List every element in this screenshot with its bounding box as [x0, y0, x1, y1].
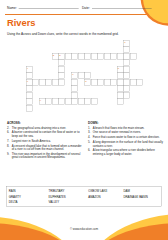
cell-number: 4: [27, 66, 28, 68]
bottom-wave-decoration-icon: [0, 207, 168, 240]
word-bank-item: [123, 199, 161, 204]
down-clues: DOWN: 1.A branch that flows into the mai…: [88, 121, 164, 157]
down-title: DOWN:: [88, 121, 164, 124]
clue-text: A long depression in the surface of the …: [93, 140, 164, 147]
clue-text: A barrier constructed to contain the flo…: [12, 131, 83, 138]
header-rule: [5, 14, 163, 15]
grid-gap: [136, 105, 142, 111]
name-blank-line: [19, 5, 79, 9]
clue-item: 2.The geographical area draining into a …: [7, 126, 83, 129]
clue-item: 6.A barrier constructed to contain the f…: [7, 131, 83, 138]
crossword-grid: 123456789: [26, 40, 143, 111]
clue-item: 6.A low triangular area where a river di…: [88, 149, 164, 156]
clue-text: This river was important in the developm…: [12, 152, 83, 159]
cell-number: 3: [59, 53, 60, 55]
worksheet-page: Name: Date: Rivers Using the Across and …: [0, 0, 168, 240]
cell-number: 7: [27, 79, 28, 81]
page-title: Rivers: [7, 17, 36, 28]
cell-number: 6: [72, 73, 73, 75]
across-clues: ACROSS: 2.The geographical area draining…: [7, 121, 83, 160]
name-label: Name:: [7, 6, 17, 10]
word-bank-item: DELTA: [9, 199, 49, 204]
footer-credit: © www.education.com: [0, 227, 168, 230]
clue-text: The geographical area draining into a ri…: [12, 126, 83, 129]
clue-item: 3.One source of water renewal in rivers.: [88, 131, 164, 134]
clue-text: Force that causes water to flow in a cer…: [93, 136, 164, 139]
date-label: Date:: [82, 6, 90, 10]
clue-text: One source of water renewal in rivers.: [93, 131, 164, 134]
header: Name: Date:: [7, 5, 155, 10]
top-right-yellow-blob-icon: [143, 0, 168, 23]
clue-text: Largest river in South America.: [12, 139, 83, 142]
cell-number: 8: [85, 79, 86, 81]
clue-item: 9.This river was important in the develo…: [7, 152, 83, 159]
clue-item: 4.Force that causes water to flow in a c…: [88, 136, 164, 139]
down-clue-list: 1.A branch that flows into the main stre…: [88, 126, 164, 156]
cell-number: 9: [40, 99, 41, 101]
word-bank-item: [88, 199, 123, 204]
across-clue-list: 2.The geographical area draining into a …: [7, 126, 83, 159]
date-blank-line: [92, 5, 152, 9]
across-title: ACROSS:: [7, 121, 83, 124]
clue-item: 7.Largest river in South America.: [7, 139, 83, 142]
clue-text: A crescent shaped lake that is formed wh…: [12, 144, 83, 151]
instructions: Using the Across and Down clues, write t…: [7, 32, 150, 36]
cell-number: 5: [118, 66, 119, 68]
clue-item: 8.A crescent shaped lake that is formed …: [7, 144, 83, 151]
clue-item: 1.A branch that flows into the main stre…: [88, 126, 164, 129]
clue-text: A branch that flows into the main stream…: [93, 126, 164, 129]
word-bank-item: VALLEY: [48, 199, 88, 204]
cell-number: 2: [53, 53, 54, 55]
cell-number: 1: [124, 40, 125, 42]
clue-text: A low triangular area where a river divi…: [93, 149, 164, 156]
word-bank: RAINTRIBUTARYOXBOW LAKEDAMGRAVITYEUPHRAT…: [6, 187, 162, 207]
clue-item: 5.A long depression in the surface of th…: [88, 140, 164, 147]
